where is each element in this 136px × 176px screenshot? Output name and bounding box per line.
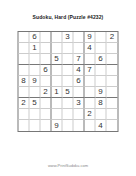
- sudoku-cell-r1c3: [41, 32, 52, 43]
- sudoku-cell-r5c2: 9: [30, 76, 41, 87]
- sudoku-cell-r9c1: [19, 120, 30, 131]
- sudoku-cell-r3c5: [63, 54, 74, 65]
- sudoku-cell-r5c5: [63, 76, 74, 87]
- sudoku-cell-r5c6: 6: [74, 76, 85, 87]
- sudoku-cell-r7c6: 3: [74, 98, 85, 109]
- sudoku-cell-r2c7: 4: [85, 43, 96, 54]
- sudoku-board: 63921457664789621592538294: [18, 31, 119, 132]
- sudoku-cell-r9c8: 4: [96, 120, 107, 131]
- sudoku-cell-r7c1: 2: [19, 98, 30, 109]
- sudoku-cell-r3c6: 7: [74, 54, 85, 65]
- sudoku-cell-r3c3: [41, 54, 52, 65]
- sudoku-cell-r8c9: [107, 109, 118, 120]
- sudoku-cell-r8c4: [52, 109, 63, 120]
- sudoku-cell-r3c7: [85, 54, 96, 65]
- sudoku-cell-r4c7: 7: [85, 65, 96, 76]
- sudoku-cell-r2c4: [52, 43, 63, 54]
- sudoku-cell-r6c8: 9: [96, 87, 107, 98]
- sudoku-cell-r2c6: [74, 43, 85, 54]
- sudoku-cell-r5c4: [52, 76, 63, 87]
- sudoku-cell-r9c4: 9: [52, 120, 63, 131]
- sudoku-cell-r1c2: 6: [30, 32, 41, 43]
- sudoku-cell-r4c4: [52, 65, 63, 76]
- sudoku-cell-r5c9: [107, 76, 118, 87]
- sudoku-cell-r1c4: [52, 32, 63, 43]
- sudoku-cell-r5c1: 8: [19, 76, 30, 87]
- sudoku-cell-r1c7: 9: [85, 32, 96, 43]
- sudoku-cell-r8c6: [74, 109, 85, 120]
- sudoku-cell-r6c5: 5: [63, 87, 74, 98]
- sudoku-cell-r9c2: [30, 120, 41, 131]
- sudoku-cell-r6c6: [74, 87, 85, 98]
- sudoku-cell-r7c5: [63, 98, 74, 109]
- sudoku-cell-r7c9: [107, 98, 118, 109]
- sudoku-cell-r6c4: 1: [52, 87, 63, 98]
- sudoku-cell-r9c3: [41, 120, 52, 131]
- sudoku-cell-r4c1: [19, 65, 30, 76]
- page-title: Sudoku, Hard (Puzzle #4232): [0, 14, 136, 20]
- footer-url: www.PrintSudoku.com: [0, 163, 136, 168]
- sudoku-cell-r8c1: [19, 109, 30, 120]
- sudoku-cell-r8c2: [30, 109, 41, 120]
- sudoku-cell-r1c5: 3: [63, 32, 74, 43]
- sudoku-cell-r7c8: 8: [96, 98, 107, 109]
- sudoku-cell-r3c2: [30, 54, 41, 65]
- sudoku-cell-r2c9: [107, 43, 118, 54]
- sudoku-cell-r6c2: [30, 87, 41, 98]
- sudoku-cell-r5c3: [41, 76, 52, 87]
- sudoku-cell-r6c1: [19, 87, 30, 98]
- sudoku-cell-r7c3: [41, 98, 52, 109]
- sudoku-cell-r6c9: [107, 87, 118, 98]
- sudoku-cell-r1c8: [96, 32, 107, 43]
- sudoku-cell-r9c7: [85, 120, 96, 131]
- sudoku-cell-r8c8: [96, 109, 107, 120]
- sudoku-cell-r1c6: [74, 32, 85, 43]
- sudoku-cell-r3c9: [107, 54, 118, 65]
- sudoku-cell-r4c5: [63, 65, 74, 76]
- sudoku-cell-r6c7: [85, 87, 96, 98]
- sudoku-cell-r2c3: [41, 43, 52, 54]
- sudoku-cell-r7c4: [52, 98, 63, 109]
- sudoku-cell-r2c5: [63, 43, 74, 54]
- sudoku-cell-r8c5: [63, 109, 74, 120]
- sudoku-cell-r4c9: [107, 65, 118, 76]
- sudoku-cell-r7c2: 5: [30, 98, 41, 109]
- sudoku-cell-r1c1: [19, 32, 30, 43]
- sudoku-cell-r2c8: [96, 43, 107, 54]
- sudoku-cell-r1c9: 2: [107, 32, 118, 43]
- sudoku-cell-r8c3: [41, 109, 52, 120]
- sudoku-cell-r2c2: 1: [30, 43, 41, 54]
- sudoku-cell-r2c1: [19, 43, 30, 54]
- sudoku-cell-r4c3: 6: [41, 65, 52, 76]
- sudoku-cell-r9c5: [63, 120, 74, 131]
- sudoku-cell-r4c8: [96, 65, 107, 76]
- sudoku-cell-r4c2: [30, 65, 41, 76]
- sudoku-cell-r9c9: [107, 120, 118, 131]
- sudoku-cell-r3c4: 5: [52, 54, 63, 65]
- sudoku-cell-r9c6: [74, 120, 85, 131]
- sudoku-cell-r5c8: [96, 76, 107, 87]
- sudoku-cell-r4c6: 4: [74, 65, 85, 76]
- sudoku-cell-r6c3: 2: [41, 87, 52, 98]
- sudoku-cell-r3c1: [19, 54, 30, 65]
- sudoku-cell-r7c7: [85, 98, 96, 109]
- sudoku-cell-r5c7: [85, 76, 96, 87]
- sudoku-cell-r8c7: 2: [85, 109, 96, 120]
- sudoku-cell-r3c8: 6: [96, 54, 107, 65]
